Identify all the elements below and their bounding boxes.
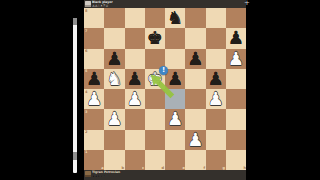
avatar-bottom xyxy=(85,171,91,177)
piece-black-pawn[interactable]: ♟ xyxy=(167,70,183,88)
square-c5[interactable]: ♟ xyxy=(125,69,145,89)
square-c3[interactable] xyxy=(125,109,145,129)
piece-white-pawn[interactable]: ♟ xyxy=(167,110,183,128)
player-bar-bottom: Tigran Petrosian ♟♟♞♝♜♛ xyxy=(84,170,246,180)
square-a3[interactable]: 3 xyxy=(84,109,104,129)
square-e8[interactable]: ♞ xyxy=(165,8,185,28)
piece-black-king[interactable]: ♚ xyxy=(147,29,163,47)
square-g7[interactable] xyxy=(206,28,226,48)
square-g4[interactable]: ♟ xyxy=(206,89,226,109)
square-f8[interactable] xyxy=(185,8,205,28)
square-c2[interactable] xyxy=(125,130,145,150)
square-h1[interactable]: h xyxy=(226,150,246,170)
rank-label: 8 xyxy=(85,9,87,13)
square-h5[interactable] xyxy=(226,69,246,89)
square-e5[interactable]: ♟ xyxy=(165,69,185,89)
square-g1[interactable]: g xyxy=(206,150,226,170)
square-d6[interactable] xyxy=(145,49,165,69)
square-e3[interactable]: ♟ xyxy=(165,109,185,129)
square-d7[interactable]: ♚ xyxy=(145,28,165,48)
square-b5[interactable]: ♞ xyxy=(104,69,124,89)
square-a6[interactable]: 6 xyxy=(84,49,104,69)
square-b6[interactable]: ♟ xyxy=(104,49,124,69)
chess-board: 8♞7♚♟6♟♟♟5♟♞♟♚♟♟4♟♟♟3♟♟2♟1abcdefgh xyxy=(84,8,246,170)
piece-black-pawn[interactable]: ♟ xyxy=(228,29,244,47)
rank-label: 5 xyxy=(85,69,87,73)
square-c6[interactable] xyxy=(125,49,145,69)
piece-white-knight[interactable]: ♞ xyxy=(106,70,122,88)
square-e7[interactable] xyxy=(165,28,185,48)
rank-label: 7 xyxy=(85,29,87,33)
square-c1[interactable]: c xyxy=(125,150,145,170)
square-g6[interactable] xyxy=(206,49,226,69)
square-h6[interactable]: ♟ xyxy=(226,49,246,69)
piece-white-pawn[interactable]: ♟ xyxy=(127,90,143,108)
piece-black-pawn[interactable]: ♟ xyxy=(86,70,102,88)
piece-white-pawn[interactable]: ♟ xyxy=(86,90,102,108)
player-bar-top: Black player ♙♙♘♗♖♕ xyxy=(84,0,246,8)
square-f1[interactable]: f xyxy=(185,150,205,170)
piece-black-pawn[interactable]: ♟ xyxy=(127,70,143,88)
captured-pieces-bottom: ♟♟♞♝♜♛ xyxy=(92,174,108,178)
square-a7[interactable]: 7 xyxy=(84,28,104,48)
square-d1[interactable]: d xyxy=(145,150,165,170)
rank-label: 3 xyxy=(85,110,87,114)
square-c4[interactable]: ♟ xyxy=(125,89,145,109)
square-b1[interactable]: b xyxy=(104,150,124,170)
scrollbar-thumb[interactable] xyxy=(73,152,77,160)
square-h8[interactable] xyxy=(226,8,246,28)
square-b8[interactable] xyxy=(104,8,124,28)
expand-icon[interactable]: + xyxy=(244,0,250,7)
square-f7[interactable] xyxy=(185,28,205,48)
piece-white-pawn[interactable]: ♟ xyxy=(106,110,122,128)
square-d8[interactable] xyxy=(145,8,165,28)
piece-white-pawn[interactable]: ♟ xyxy=(208,90,224,108)
square-e6[interactable] xyxy=(165,49,185,69)
square-a4[interactable]: 4♟ xyxy=(84,89,104,109)
piece-white-pawn[interactable]: ♟ xyxy=(187,131,203,149)
square-h4[interactable] xyxy=(226,89,246,109)
square-h7[interactable]: ♟ xyxy=(226,28,246,48)
square-d3[interactable] xyxy=(145,109,165,129)
square-d4[interactable] xyxy=(145,89,165,109)
piece-black-pawn[interactable]: ♟ xyxy=(106,50,122,68)
square-g8[interactable] xyxy=(206,8,226,28)
rank-label: 1 xyxy=(85,150,87,154)
square-f5[interactable] xyxy=(185,69,205,89)
piece-black-pawn[interactable]: ♟ xyxy=(208,70,224,88)
square-a2[interactable]: 2 xyxy=(84,130,104,150)
square-h3[interactable] xyxy=(226,109,246,129)
square-e2[interactable] xyxy=(165,130,185,150)
square-g2[interactable] xyxy=(206,130,226,150)
square-e1[interactable]: e xyxy=(165,150,185,170)
square-d2[interactable] xyxy=(145,130,165,150)
square-g5[interactable]: ♟ xyxy=(206,69,226,89)
square-g3[interactable] xyxy=(206,109,226,129)
piece-black-knight[interactable]: ♞ xyxy=(167,9,183,27)
avatar-top xyxy=(85,1,91,7)
square-b7[interactable] xyxy=(104,28,124,48)
square-d5[interactable]: ♚ xyxy=(145,69,165,89)
chess-app: Black player ♙♙♘♗♖♕ 8♞7♚♟6♟♟♟5♟♞♟♚♟♟4♟♟♟… xyxy=(84,0,246,180)
piece-white-king[interactable]: ♚ xyxy=(147,70,163,88)
square-h2[interactable] xyxy=(226,130,246,150)
square-b3[interactable]: ♟ xyxy=(104,109,124,129)
scrollbar-thumb[interactable] xyxy=(73,18,77,25)
piece-black-pawn[interactable]: ♟ xyxy=(187,50,203,68)
square-b4[interactable] xyxy=(104,89,124,109)
rank-label: 2 xyxy=(85,130,87,134)
piece-white-pawn[interactable]: ♟ xyxy=(228,50,244,68)
square-a5[interactable]: 5♟ xyxy=(84,69,104,89)
square-f4[interactable] xyxy=(185,89,205,109)
scrollbar[interactable] xyxy=(73,18,77,173)
square-b2[interactable] xyxy=(104,130,124,150)
rank-label: 4 xyxy=(85,90,87,94)
file-label: h xyxy=(243,166,245,170)
video-frame: Black player ♙♙♘♗♖♕ 8♞7♚♟6♟♟♟5♟♞♟♚♟♟4♟♟♟… xyxy=(0,0,320,180)
square-f2[interactable]: ♟ xyxy=(185,130,205,150)
square-e4[interactable] xyxy=(165,89,185,109)
square-f6[interactable]: ♟ xyxy=(185,49,205,69)
square-a8[interactable]: 8 xyxy=(84,8,104,28)
rank-label: 6 xyxy=(85,49,87,53)
square-f3[interactable] xyxy=(185,109,205,129)
square-c8[interactable] xyxy=(125,8,145,28)
square-a1[interactable]: 1a xyxy=(84,150,104,170)
square-c7[interactable] xyxy=(125,28,145,48)
